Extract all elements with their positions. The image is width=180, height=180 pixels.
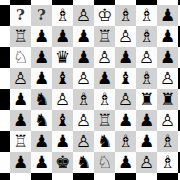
border-cell	[178, 5, 180, 26]
white-rook-icon: ♖	[97, 26, 112, 47]
square-a2[interactable]: ♖	[10, 131, 31, 152]
border-cell	[0, 47, 10, 68]
white-knight-icon: ♘	[97, 152, 112, 173]
square-a5[interactable]: ♙	[10, 68, 31, 89]
white-bishop-icon: ♗	[118, 5, 133, 26]
white-pawn-icon: ♙	[55, 89, 70, 110]
square-g4[interactable]: ♜	[136, 89, 157, 110]
white-pawn-icon: ♙	[139, 47, 154, 68]
black-pawn-icon: ♟	[118, 47, 133, 68]
square-f1[interactable]: ♟	[115, 152, 136, 173]
square-h5[interactable]: ♙	[157, 68, 178, 89]
black-rook-icon: ♜	[139, 89, 154, 110]
square-g5[interactable]: ♗	[136, 68, 157, 89]
white-rook-icon: ♖	[13, 131, 28, 152]
black-pawn-icon: ♟	[34, 68, 49, 89]
square-a3[interactable]: ♟	[10, 110, 31, 131]
square-e5[interactable]: ♟	[94, 68, 115, 89]
square-f6[interactable]: ♟	[115, 47, 136, 68]
black-pawn-icon: ♟	[76, 47, 91, 68]
square-h8[interactable]: ♟	[157, 5, 178, 26]
black-pawn-icon: ♟	[118, 110, 133, 131]
white-bishop-icon: ♗	[55, 5, 70, 26]
black-pawn-icon: ♟	[13, 152, 28, 173]
black-pawn-icon: ♟	[55, 131, 70, 152]
white-pawn-icon: ♙	[139, 152, 154, 173]
border-cell	[178, 131, 180, 152]
border-cell	[178, 152, 180, 173]
border-cell	[10, 173, 31, 180]
square-f8[interactable]: ♗	[115, 5, 136, 26]
square-d1[interactable]: ♞	[73, 152, 94, 173]
square-g8[interactable]: ♗	[136, 5, 157, 26]
black-pawn-icon: ♟	[13, 110, 28, 131]
square-g3[interactable]: ♟	[136, 110, 157, 131]
border-cell	[0, 110, 10, 131]
border-cell	[94, 173, 115, 180]
square-b2[interactable]: ♟	[31, 131, 52, 152]
square-f4[interactable]: ♙	[115, 89, 136, 110]
square-a1[interactable]: ♟	[10, 152, 31, 173]
white-bishop-icon: ♗	[139, 68, 154, 89]
black-pawn-icon: ♟	[139, 131, 154, 152]
square-c5[interactable]: ♝	[52, 68, 73, 89]
border-cell	[0, 68, 10, 89]
border-cell	[0, 173, 10, 180]
border-cell	[178, 110, 180, 131]
white-pawn-icon: ♙	[97, 47, 112, 68]
black-king-icon: ♚	[55, 152, 70, 173]
unknown-piece-mark: ?	[37, 5, 46, 26]
black-knight-icon: ♞	[97, 131, 112, 152]
border-cell	[178, 26, 180, 47]
square-d6[interactable]: ♟	[73, 47, 94, 68]
square-c7[interactable]: ♟	[52, 26, 73, 47]
square-a7[interactable]: ♖	[10, 26, 31, 47]
white-bishop-icon: ♗	[139, 26, 154, 47]
square-h3[interactable]: ♙	[157, 110, 178, 131]
square-e6[interactable]: ♙	[94, 47, 115, 68]
square-h7[interactable]: ♟	[157, 26, 178, 47]
square-h6[interactable]: ♟	[157, 47, 178, 68]
square-g2[interactable]: ♟	[136, 131, 157, 152]
black-pawn-icon: ♟	[34, 26, 49, 47]
square-e8[interactable]: ♔	[94, 5, 115, 26]
black-bishop-icon: ♝	[55, 110, 70, 131]
square-c6[interactable]: ♛	[52, 47, 73, 68]
black-knight-icon: ♞	[34, 110, 49, 131]
square-h2[interactable]: ♗	[157, 131, 178, 152]
square-d8[interactable]: ♙	[73, 5, 94, 26]
white-bishop-icon: ♗	[160, 152, 175, 173]
white-bishop-icon: ♗	[160, 131, 175, 152]
square-h1[interactable]: ♗	[157, 152, 178, 173]
square-b5[interactable]: ♟	[31, 68, 52, 89]
white-pawn-icon: ♙	[76, 110, 91, 131]
white-pawn-icon: ♙	[76, 5, 91, 26]
black-rook-icon: ♜	[160, 89, 175, 110]
square-d4[interactable]: ♗	[73, 89, 94, 110]
black-pawn-icon: ♟	[34, 131, 49, 152]
black-pawn-icon: ♟	[118, 152, 133, 173]
square-f3[interactable]: ♟	[115, 110, 136, 131]
square-g6[interactable]: ♙	[136, 47, 157, 68]
white-bishop-icon: ♗	[139, 5, 154, 26]
square-f7[interactable]: ♙	[115, 26, 136, 47]
border-cell	[0, 89, 10, 110]
black-knight-icon: ♞	[34, 89, 49, 110]
white-pawn-icon: ♙	[160, 110, 175, 131]
chess-diagram-screen: ??♗♙♔♗♗♟♖♟♟♟♖♙♗♟♘♟♛♟♙♟♙♟♙♟♝♙♟♝♗♙♟♞♙♗♗♙♜♜…	[0, 0, 180, 180]
square-g7[interactable]: ♗	[136, 26, 157, 47]
border-cell	[0, 152, 10, 173]
square-b3[interactable]: ♞	[31, 110, 52, 131]
border-cell	[178, 89, 180, 110]
square-e2[interactable]: ♞	[94, 131, 115, 152]
square-c3[interactable]: ♝	[52, 110, 73, 131]
white-pawn-icon: ♙	[160, 68, 175, 89]
border-cell	[0, 5, 10, 26]
square-c2[interactable]: ♟	[52, 131, 73, 152]
square-f2[interactable]: ♗	[115, 131, 136, 152]
square-e7[interactable]: ♖	[94, 26, 115, 47]
square-b7[interactable]: ♟	[31, 26, 52, 47]
square-f5[interactable]: ♝	[115, 68, 136, 89]
black-pawn-icon: ♟	[139, 110, 154, 131]
white-pawn-icon: ♙	[13, 68, 28, 89]
white-pawn-icon: ♙	[76, 68, 91, 89]
square-b4[interactable]: ♞	[31, 89, 52, 110]
square-e4[interactable]: ♗	[94, 89, 115, 110]
black-pawn-icon: ♟	[13, 89, 28, 110]
white-bishop-icon: ♗	[118, 131, 133, 152]
square-a6[interactable]: ♘	[10, 47, 31, 68]
white-pawn-icon: ♙	[118, 89, 133, 110]
square-d7[interactable]: ♟	[73, 26, 94, 47]
square-d5[interactable]: ♙	[73, 68, 94, 89]
black-pawn-icon: ♟	[34, 152, 49, 173]
square-c8[interactable]: ♗	[52, 5, 73, 26]
square-a4[interactable]: ♟	[10, 89, 31, 110]
border-cell	[136, 173, 157, 180]
unknown-piece-mark: ?	[16, 5, 25, 26]
border-cell	[0, 131, 10, 152]
square-h4[interactable]: ♜	[157, 89, 178, 110]
white-king-icon: ♔	[97, 5, 112, 26]
white-pawn-icon: ♙	[76, 131, 91, 152]
border-cell	[0, 26, 10, 47]
border-cell	[178, 68, 180, 89]
square-c1[interactable]: ♚	[52, 152, 73, 173]
black-bishop-icon: ♝	[55, 68, 70, 89]
white-knight-icon: ♘	[13, 47, 28, 68]
black-pawn-icon: ♟	[76, 26, 91, 47]
border-cell	[115, 173, 136, 180]
border-cell	[178, 47, 180, 68]
square-e1[interactable]: ♘	[94, 152, 115, 173]
black-knight-icon: ♞	[76, 152, 91, 173]
black-pawn-icon: ♟	[97, 68, 112, 89]
square-d2[interactable]: ♙	[73, 131, 94, 152]
black-pawn-icon: ♟	[160, 5, 175, 26]
black-pawn-icon: ♟	[160, 26, 175, 47]
black-bishop-icon: ♝	[118, 68, 133, 89]
white-rook-icon: ♖	[97, 110, 112, 131]
border-cell	[178, 173, 180, 180]
square-b1[interactable]: ♟	[31, 152, 52, 173]
black-queen-icon: ♛	[55, 47, 70, 68]
square-g1[interactable]: ♙	[136, 152, 157, 173]
border-cell	[157, 173, 178, 180]
square-b6[interactable]: ♟	[31, 47, 52, 68]
border-cell	[73, 173, 94, 180]
white-rook-icon: ♖	[13, 26, 28, 47]
chess-board: ??♗♙♔♗♗♟♖♟♟♟♖♙♗♟♘♟♛♟♙♟♙♟♙♟♝♙♟♝♗♙♟♞♙♗♗♙♜♜…	[0, 0, 180, 180]
black-pawn-icon: ♟	[34, 47, 49, 68]
white-pawn-icon: ♙	[118, 26, 133, 47]
square-b8[interactable]: ?	[31, 5, 52, 26]
square-a8[interactable]: ?	[10, 5, 31, 26]
border-cell	[31, 173, 52, 180]
square-c4[interactable]: ♙	[52, 89, 73, 110]
black-pawn-icon: ♟	[55, 26, 70, 47]
border-cell	[52, 173, 73, 180]
white-bishop-icon: ♗	[97, 89, 112, 110]
black-pawn-icon: ♟	[160, 47, 175, 68]
square-e3[interactable]: ♖	[94, 110, 115, 131]
white-bishop-icon: ♗	[76, 89, 91, 110]
square-d3[interactable]: ♙	[73, 110, 94, 131]
